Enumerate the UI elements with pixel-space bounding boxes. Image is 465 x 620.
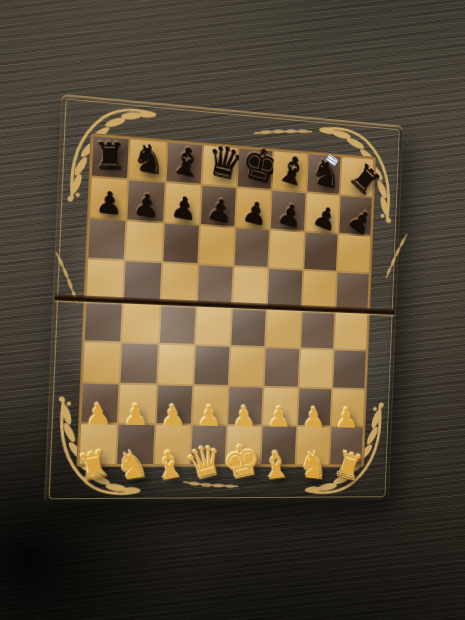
square-a3[interactable] (83, 342, 120, 382)
square-h7[interactable]: ♟ (339, 196, 372, 235)
square-c7[interactable]: ♟ (165, 183, 201, 223)
piece-black-pawn-f7[interactable]: ♟ (271, 197, 309, 233)
chess-board: ♜♞♝♛♚♝♞♜♟♟♟♟♟♟♟♟♟♟♟♟♟♟♟♟♜♞♝♛♚♝♞♜ (44, 94, 403, 504)
square-a4[interactable] (85, 301, 122, 341)
piece-white-rook-a1[interactable]: ♜ (73, 445, 115, 489)
photo-scene: ♜♞♝♛♚♝♞♜♟♟♟♟♟♟♟♟♟♟♟♟♟♟♟♟♜♞♝♛♚♝♞♜ (0, 0, 465, 620)
square-h1[interactable]: ♜ (330, 428, 363, 465)
square-c6[interactable] (163, 223, 199, 263)
square-h5[interactable] (336, 273, 369, 311)
square-g2[interactable]: ♟ (298, 388, 331, 426)
square-g3[interactable] (299, 349, 332, 387)
square-c3[interactable] (158, 344, 194, 383)
square-b5[interactable] (124, 262, 161, 302)
piece-black-rook-a8[interactable]: ♜ (91, 138, 128, 174)
square-d3[interactable] (194, 346, 229, 385)
square-e2[interactable]: ♟ (228, 387, 263, 425)
square-f3[interactable] (265, 348, 299, 386)
square-c2[interactable]: ♟ (156, 385, 192, 424)
piece-black-pawn-c7[interactable]: ♟ (164, 190, 202, 224)
square-g7[interactable]: ♟ (305, 193, 338, 232)
square-a2[interactable]: ♟ (81, 383, 118, 423)
square-a1[interactable]: ♜ (80, 425, 117, 464)
square-e1[interactable]: ♚ (227, 426, 262, 464)
square-f2[interactable]: ♟ (263, 387, 297, 425)
square-c8[interactable]: ♝ (166, 142, 202, 183)
square-e3[interactable] (230, 347, 265, 386)
square-f4[interactable] (266, 309, 300, 347)
piece-black-pawn-a7[interactable]: ♟ (90, 186, 128, 219)
square-g5[interactable] (302, 271, 335, 309)
square-d8[interactable]: ♛ (202, 146, 237, 186)
square-g8[interactable]: ♞ (307, 154, 340, 193)
square-e6[interactable] (235, 228, 270, 267)
square-a5[interactable] (87, 260, 124, 301)
square-e8[interactable]: ♚ (238, 148, 272, 188)
square-a8[interactable]: ♜ (92, 136, 129, 178)
piece-white-bishop-f1[interactable]: ♝ (259, 446, 294, 486)
square-b3[interactable] (121, 343, 158, 383)
piece-black-pawn-d7[interactable]: ♟ (201, 193, 239, 228)
square-b8[interactable]: ♞ (129, 139, 165, 180)
square-b6[interactable] (126, 221, 162, 262)
square-h8[interactable]: ♜ (341, 157, 374, 196)
square-f7[interactable]: ♟ (271, 191, 305, 230)
square-f6[interactable] (270, 230, 304, 269)
square-e7[interactable]: ♟ (236, 188, 270, 228)
piece-white-knight-b1[interactable]: ♞ (113, 444, 152, 486)
square-a7[interactable]: ♟ (90, 177, 127, 218)
piece-white-rook-h1[interactable]: ♜ (329, 447, 368, 488)
square-g6[interactable] (304, 232, 337, 271)
square-d6[interactable] (199, 225, 234, 265)
square-b4[interactable] (123, 302, 160, 342)
square-h3[interactable] (333, 350, 366, 387)
square-d5[interactable] (197, 265, 232, 304)
square-e5[interactable] (233, 267, 268, 306)
square-a6[interactable] (88, 218, 125, 259)
square-d4[interactable] (196, 306, 231, 345)
piece-black-bishop-c8[interactable]: ♝ (166, 140, 206, 184)
square-h2[interactable]: ♟ (331, 389, 364, 426)
square-f8[interactable]: ♝ (273, 151, 307, 191)
square-f1[interactable]: ♝ (262, 427, 296, 465)
square-h6[interactable] (338, 234, 371, 272)
square-b2[interactable]: ♟ (119, 384, 156, 423)
square-b1[interactable]: ♞ (117, 425, 154, 464)
piece-black-knight-b8[interactable]: ♞ (129, 137, 168, 180)
square-c5[interactable] (161, 264, 197, 304)
piece-black-pawn-b7[interactable]: ♟ (128, 188, 166, 222)
square-g1[interactable]: ♞ (296, 427, 329, 464)
square-b7[interactable]: ♟ (128, 180, 164, 221)
square-f5[interactable] (268, 269, 302, 308)
square-g4[interactable] (301, 310, 334, 348)
square-c4[interactable] (159, 304, 195, 344)
square-h4[interactable] (334, 311, 367, 349)
piece-black-pawn-e7[interactable]: ♟ (236, 195, 274, 231)
piece-white-king-e1[interactable]: ♚ (220, 438, 260, 488)
piece-white-knight-g1[interactable]: ♞ (295, 446, 332, 486)
square-d7[interactable]: ♟ (201, 185, 236, 225)
square-d2[interactable]: ♟ (192, 386, 227, 425)
square-e4[interactable] (231, 307, 266, 346)
